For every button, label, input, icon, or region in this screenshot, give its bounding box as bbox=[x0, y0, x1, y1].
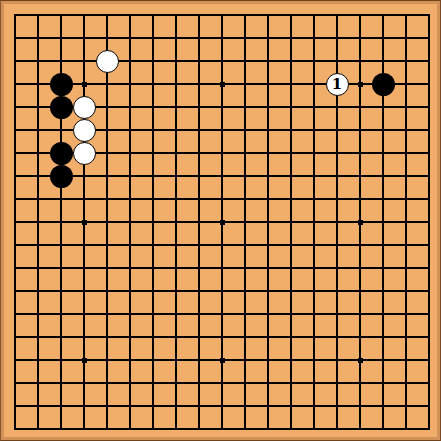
star-point bbox=[220, 220, 225, 225]
black-stone-C13 bbox=[50, 142, 73, 165]
grid-line-vertical bbox=[244, 14, 245, 429]
star-point bbox=[220, 82, 225, 87]
grid-line-horizontal bbox=[14, 267, 429, 268]
star-point bbox=[82, 220, 87, 225]
star-point bbox=[82, 358, 87, 363]
black-stone-C15 bbox=[50, 96, 73, 119]
grid-line-horizontal bbox=[14, 336, 429, 337]
white-stone-D15 bbox=[73, 96, 96, 119]
black-stone-C16 bbox=[50, 73, 73, 96]
grid-line-vertical bbox=[267, 14, 268, 429]
grid-line-horizontal bbox=[14, 290, 429, 291]
move-number-label: 1 bbox=[332, 76, 342, 91]
grid-line-vertical bbox=[290, 14, 291, 429]
star-point bbox=[358, 220, 363, 225]
white-stone-E17 bbox=[96, 50, 119, 73]
white-stone-D14 bbox=[73, 119, 96, 142]
grid-line-vertical bbox=[428, 14, 429, 429]
grid-line-vertical bbox=[405, 14, 406, 429]
star-point bbox=[358, 358, 363, 363]
grid-line-horizontal bbox=[14, 313, 429, 314]
star-point bbox=[82, 82, 87, 87]
grid-line-vertical bbox=[313, 14, 314, 429]
go-board: 1 bbox=[0, 0, 441, 441]
grid-line-horizontal bbox=[14, 244, 429, 245]
white-stone-D13 bbox=[73, 142, 96, 165]
black-stone-C12 bbox=[50, 165, 73, 188]
grid-line-horizontal bbox=[14, 382, 429, 383]
white-stone-P16: 1 bbox=[326, 73, 349, 96]
star-point bbox=[358, 82, 363, 87]
grid-line-horizontal bbox=[14, 405, 429, 406]
black-stone-R16 bbox=[372, 73, 395, 96]
grid-line-horizontal bbox=[14, 428, 429, 429]
star-point bbox=[220, 358, 225, 363]
